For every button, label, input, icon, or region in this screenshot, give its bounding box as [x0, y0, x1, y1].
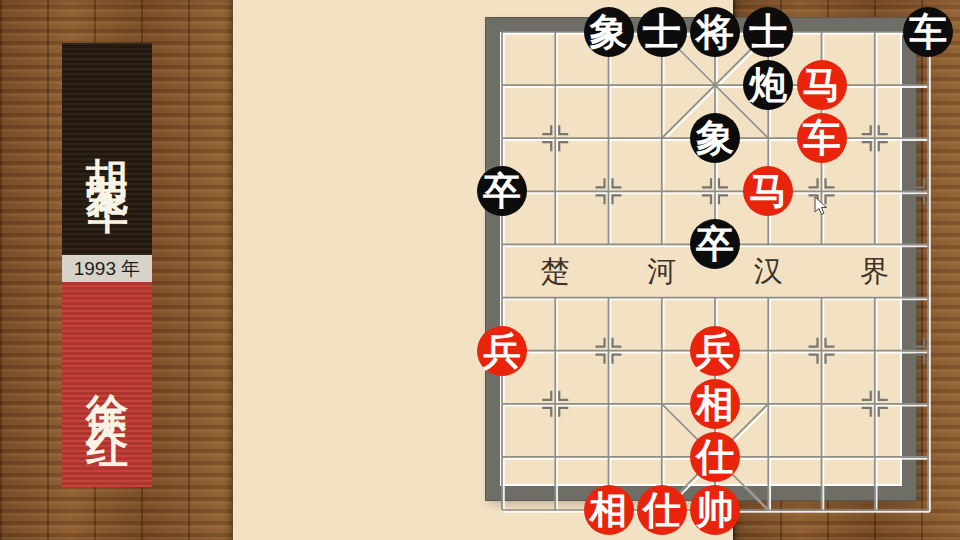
- red-player-plate: 徐天红: [62, 282, 152, 487]
- piece-black-士[interactable]: 士: [743, 7, 793, 57]
- river-label: 楚: [537, 252, 573, 292]
- red-player-name: 徐天红: [62, 359, 152, 410]
- board-panel: 楚河汉界 象士将士车炮马象车卒马卒兵兵相仕相仕帅: [233, 0, 733, 540]
- piece-red-马[interactable]: 马: [797, 60, 847, 110]
- river-label: 界: [857, 252, 893, 292]
- black-player-plate: 胡荣华: [62, 43, 152, 255]
- mouse-cursor-icon: [814, 196, 828, 216]
- piece-red-仕[interactable]: 仕: [690, 432, 740, 482]
- piece-black-卒[interactable]: 卒: [477, 166, 527, 216]
- piece-black-炮[interactable]: 炮: [743, 60, 793, 110]
- piece-red-相[interactable]: 相: [584, 485, 634, 535]
- piece-red-兵[interactable]: 兵: [477, 326, 527, 376]
- river-label: 河: [644, 252, 680, 292]
- black-player-name: 胡荣华: [62, 124, 152, 175]
- year-label: 1993 年: [74, 256, 141, 282]
- left-wood-panel: 胡荣华 1993 年 徐天红: [0, 0, 233, 540]
- piece-black-士[interactable]: 士: [637, 7, 687, 57]
- piece-black-将[interactable]: 将: [690, 7, 740, 57]
- xiangqi-board[interactable]: 楚河汉界 象士将士车炮马象车卒马卒兵兵相仕相仕帅: [502, 32, 928, 510]
- piece-black-象[interactable]: 象: [690, 113, 740, 163]
- piece-red-车[interactable]: 车: [797, 113, 847, 163]
- screenshot-root: { "game": "xiangqi", "position": { "fen"…: [0, 0, 960, 540]
- river-label: 汉: [750, 252, 786, 292]
- piece-red-兵[interactable]: 兵: [690, 326, 740, 376]
- piece-black-车[interactable]: 车: [903, 7, 953, 57]
- piece-black-象[interactable]: 象: [584, 7, 634, 57]
- piece-red-马[interactable]: 马: [743, 166, 793, 216]
- piece-red-相[interactable]: 相: [690, 379, 740, 429]
- piece-red-仕[interactable]: 仕: [637, 485, 687, 535]
- piece-black-卒[interactable]: 卒: [690, 219, 740, 269]
- piece-red-帅[interactable]: 帅: [690, 485, 740, 535]
- year-plate: 1993 年: [62, 255, 152, 282]
